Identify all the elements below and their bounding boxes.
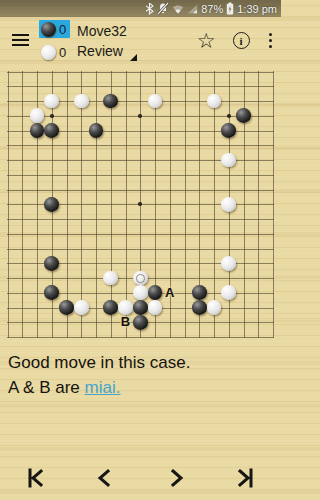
comment-line2: A & B are miai. bbox=[8, 375, 190, 400]
grid-hline bbox=[7, 337, 274, 338]
white-stone-icon bbox=[41, 45, 56, 60]
stone-black bbox=[44, 123, 59, 138]
grid-hline bbox=[7, 234, 274, 235]
dropdown-caret-icon bbox=[130, 54, 137, 61]
previous-move-button[interactable] bbox=[70, 456, 140, 500]
stone-black bbox=[44, 285, 59, 300]
stone-white bbox=[74, 94, 89, 109]
stone-black bbox=[148, 285, 163, 300]
black-captures-counter[interactable]: 0 bbox=[39, 20, 70, 38]
comment-line1: Good move in this case. bbox=[8, 350, 190, 375]
titles: Move32 Review bbox=[77, 21, 137, 61]
black-captures-count: 0 bbox=[59, 22, 66, 37]
appbar-actions: ☆ i bbox=[197, 30, 274, 51]
stone-white bbox=[221, 285, 236, 300]
white-captures-counter[interactable]: 0 bbox=[41, 43, 70, 61]
star-point bbox=[138, 202, 142, 206]
star-point bbox=[138, 114, 142, 118]
stone-white bbox=[133, 285, 148, 300]
stone-white bbox=[103, 271, 118, 286]
hamburger-menu-icon[interactable] bbox=[12, 34, 29, 46]
white-captures-count: 0 bbox=[59, 45, 66, 60]
next-move-button[interactable] bbox=[141, 456, 211, 500]
stone-white bbox=[74, 300, 89, 315]
stone-black bbox=[44, 256, 59, 271]
last-move-marker bbox=[136, 274, 145, 283]
grid-hline bbox=[7, 249, 274, 250]
stone-white bbox=[221, 197, 236, 212]
grid-vline bbox=[273, 71, 274, 338]
info-icon[interactable]: i bbox=[233, 32, 250, 49]
grid-vline bbox=[258, 71, 259, 338]
mode-dropdown[interactable]: Review bbox=[77, 43, 137, 61]
stone-white bbox=[221, 153, 236, 168]
star-point bbox=[227, 114, 231, 118]
mode-label: Review bbox=[77, 43, 123, 59]
next-move-icon bbox=[164, 466, 188, 490]
overflow-menu-icon[interactable] bbox=[267, 31, 274, 50]
app-bar: 0 0 Move32 Review ☆ i bbox=[0, 17, 281, 67]
stone-black bbox=[236, 108, 251, 123]
stone-black bbox=[221, 123, 236, 138]
grid-vline bbox=[185, 71, 186, 338]
stone-white bbox=[44, 94, 59, 109]
stone-black bbox=[192, 285, 207, 300]
star-icon[interactable]: ☆ bbox=[197, 30, 216, 51]
stone-white bbox=[30, 108, 45, 123]
last-move-button[interactable] bbox=[211, 456, 281, 500]
navigation-bar bbox=[0, 456, 281, 500]
capture-counters: 0 0 bbox=[41, 20, 70, 61]
stone-white bbox=[148, 94, 163, 109]
stone-black bbox=[89, 123, 104, 138]
stone-black bbox=[103, 300, 118, 315]
stone-black bbox=[133, 315, 148, 330]
board-label-A: A bbox=[165, 285, 174, 300]
stone-black bbox=[103, 94, 118, 109]
move-number-label: Move32 bbox=[77, 21, 137, 42]
board-label-B: B bbox=[121, 314, 130, 329]
stone-white bbox=[207, 300, 222, 315]
black-stone-icon bbox=[41, 22, 56, 37]
grid-hline bbox=[7, 219, 274, 220]
stone-black bbox=[44, 197, 59, 212]
stone-black bbox=[30, 123, 45, 138]
stone-white bbox=[221, 256, 236, 271]
stone-black bbox=[133, 300, 148, 315]
stone-black bbox=[192, 300, 207, 315]
stone-white bbox=[118, 300, 133, 315]
stone-black bbox=[59, 300, 74, 315]
grid-vline bbox=[214, 71, 215, 338]
miai-link[interactable]: miai. bbox=[85, 378, 121, 397]
first-move-button[interactable] bbox=[0, 456, 70, 500]
stone-white bbox=[207, 94, 222, 109]
first-move-icon bbox=[23, 466, 47, 490]
last-move-icon bbox=[234, 466, 258, 490]
star-point bbox=[50, 114, 54, 118]
comment-text: Good move in this case. A & B are miai. bbox=[8, 350, 190, 400]
previous-move-icon bbox=[93, 466, 117, 490]
stone-white bbox=[148, 300, 163, 315]
